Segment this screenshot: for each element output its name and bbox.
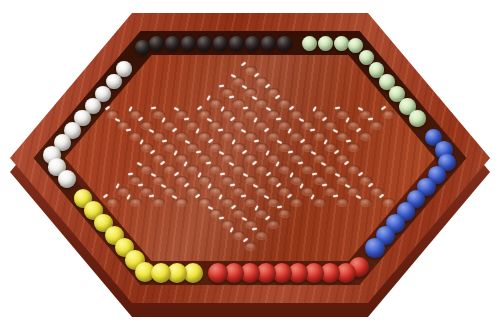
marble-black <box>213 36 228 51</box>
marble-green <box>409 110 426 127</box>
marble-black <box>245 36 260 51</box>
marble-blue <box>365 238 384 257</box>
marble-red <box>208 263 228 283</box>
marble-green <box>302 36 317 51</box>
marble-black <box>197 36 212 51</box>
marble-black <box>149 36 164 51</box>
marble-black <box>261 36 276 51</box>
tray-marble-ring <box>0 0 500 327</box>
marble-yellow <box>151 263 171 283</box>
marble-black <box>135 40 150 55</box>
marble-green <box>334 36 349 51</box>
marble-black <box>165 36 180 51</box>
marble-green <box>318 36 333 51</box>
marble-black <box>229 36 244 51</box>
marble-white <box>58 170 76 188</box>
marble-black <box>181 36 196 51</box>
chinese-checkers-board-photo <box>0 0 500 327</box>
marble-black <box>277 36 292 51</box>
